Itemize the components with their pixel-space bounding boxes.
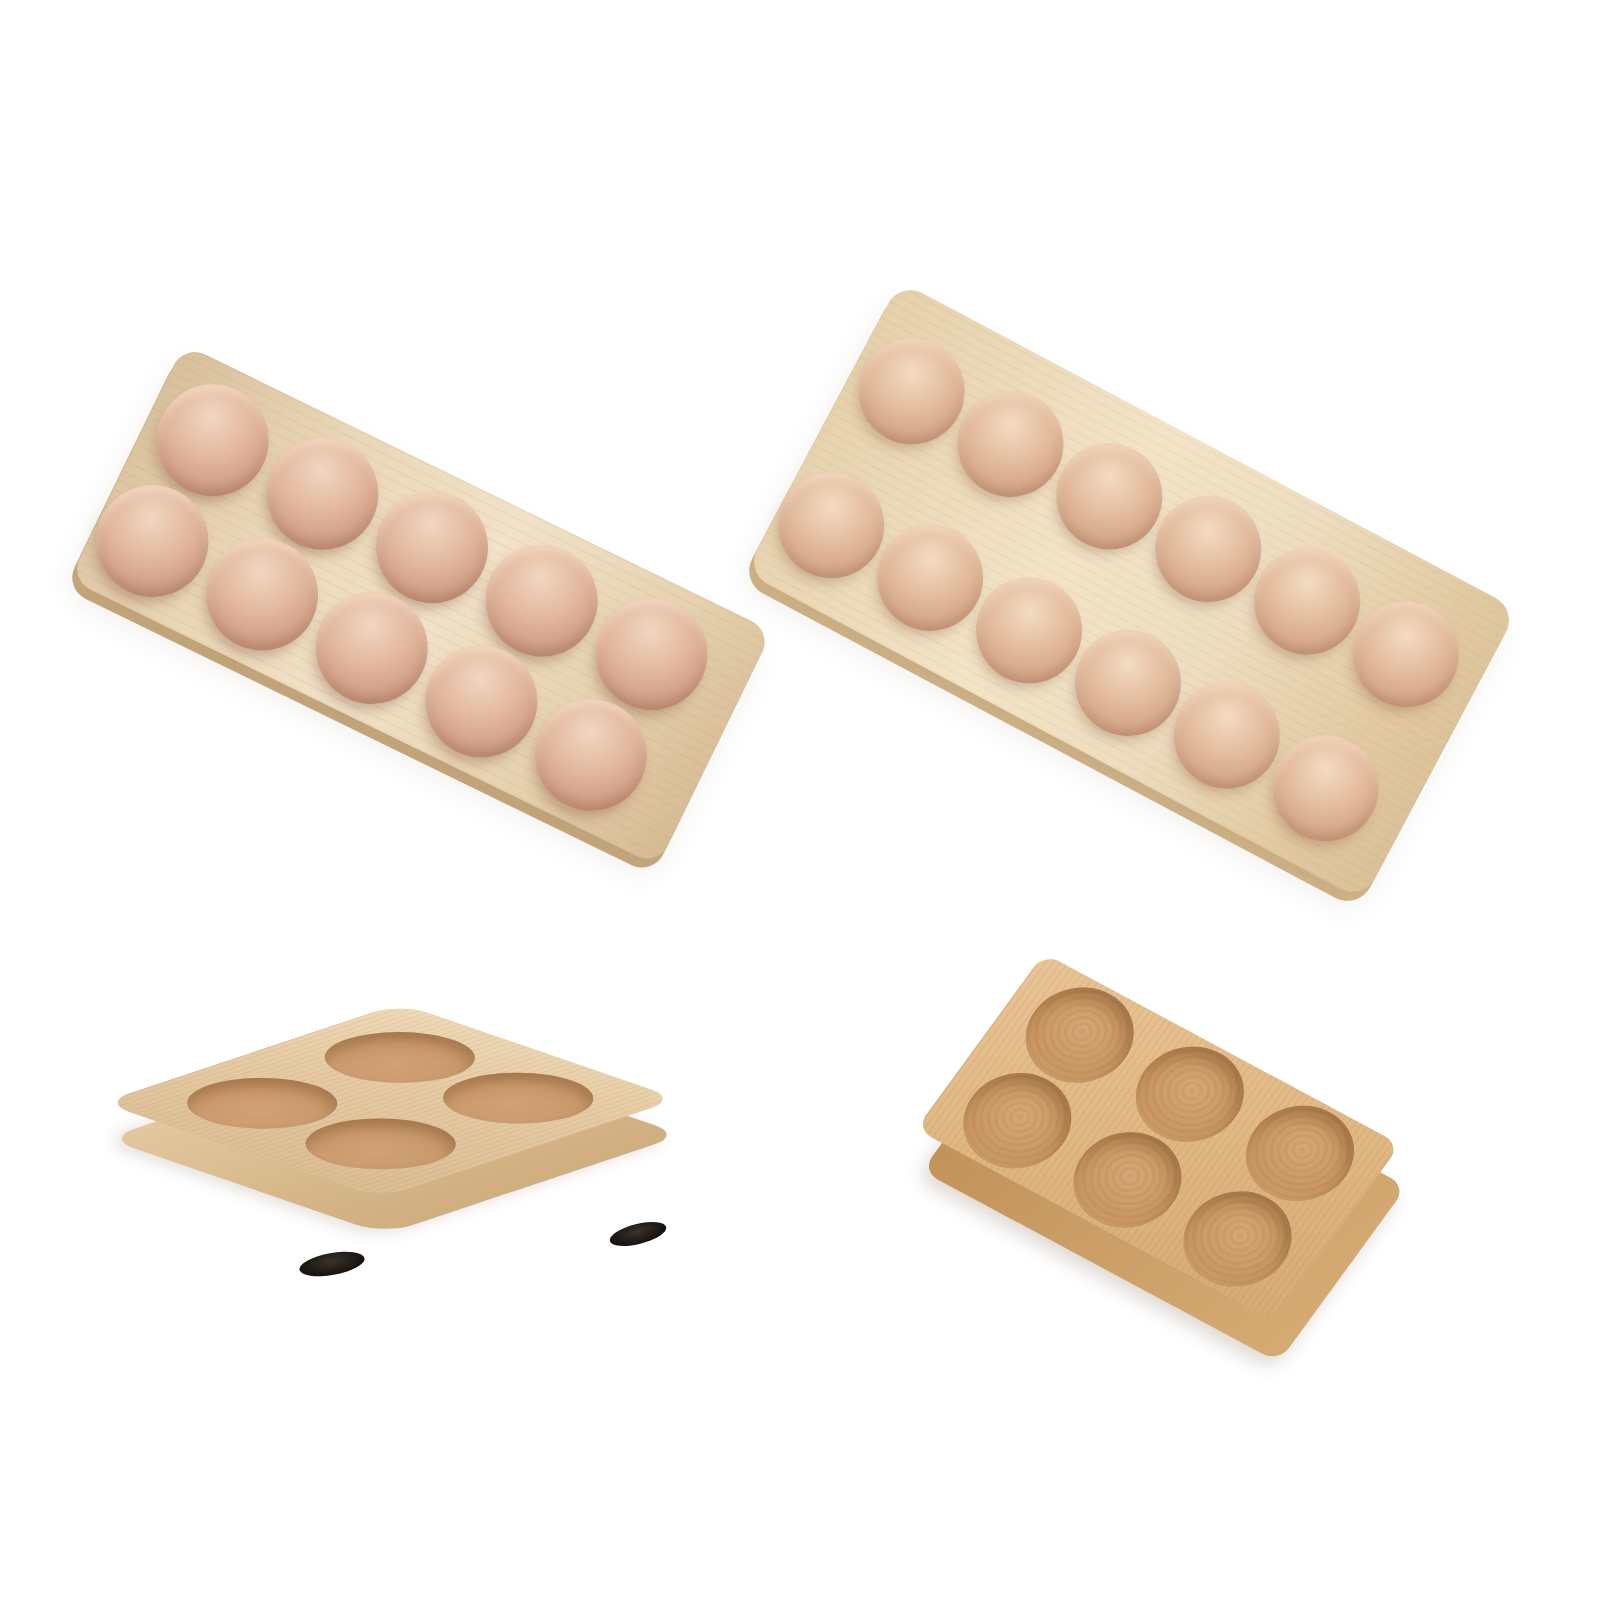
pit[interactable] <box>406 627 556 777</box>
pit[interactable] <box>576 579 726 729</box>
pit[interactable] <box>858 506 1001 649</box>
pit[interactable] <box>467 526 617 676</box>
pit[interactable] <box>156 1067 368 1139</box>
pit[interactable] <box>1334 583 1477 726</box>
board-face <box>69 344 773 867</box>
pit[interactable] <box>939 372 1082 515</box>
pit[interactable] <box>1235 530 1378 673</box>
pit[interactable] <box>1163 1174 1313 1305</box>
board-side <box>64 353 768 876</box>
pit[interactable] <box>1052 1114 1202 1245</box>
board-bottom-left-2x2 <box>0 0 1600 1600</box>
board-face <box>101 1003 679 1198</box>
board-top-left-2x5 <box>0 0 1600 1600</box>
pit[interactable] <box>1137 477 1280 620</box>
pit[interactable] <box>187 520 337 670</box>
board-side <box>105 1039 683 1234</box>
pit[interactable] <box>274 1108 486 1180</box>
pit[interactable] <box>840 320 983 463</box>
board-face <box>745 281 1518 901</box>
pit[interactable] <box>412 1062 624 1134</box>
pit[interactable] <box>138 365 288 515</box>
pit[interactable] <box>942 1055 1092 1186</box>
board-top-right-2x6 <box>0 0 1600 1600</box>
board-side <box>922 995 1407 1362</box>
pit[interactable] <box>1056 611 1199 754</box>
rubber-foot <box>607 1217 668 1250</box>
pit[interactable] <box>247 419 397 569</box>
rubber-foot <box>298 1247 367 1280</box>
board-face <box>916 953 1401 1320</box>
product-photo-collage <box>0 0 1600 1600</box>
pit[interactable] <box>1155 664 1298 807</box>
pit[interactable] <box>297 573 447 723</box>
pit[interactable] <box>357 472 507 622</box>
board-bottom-right-2x3 <box>0 0 1600 1600</box>
pit[interactable] <box>1225 1088 1375 1219</box>
pit[interactable] <box>78 466 228 616</box>
pit[interactable] <box>1254 717 1397 860</box>
pit[interactable] <box>760 454 903 597</box>
pit[interactable] <box>294 1022 506 1094</box>
pit[interactable] <box>957 559 1100 702</box>
pit[interactable] <box>1005 970 1155 1101</box>
pit[interactable] <box>1115 1029 1265 1160</box>
pit[interactable] <box>516 680 666 830</box>
pit[interactable] <box>1038 425 1181 568</box>
board-side <box>740 290 1513 910</box>
